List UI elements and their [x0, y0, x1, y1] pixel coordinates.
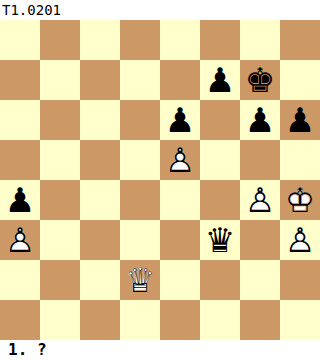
- square-d5[interactable]: [120, 140, 160, 180]
- black-pawn: ♟: [200, 60, 240, 100]
- square-c2[interactable]: [80, 260, 120, 300]
- square-e8[interactable]: [160, 20, 200, 60]
- square-c4[interactable]: [80, 180, 120, 220]
- square-e2[interactable]: [160, 260, 200, 300]
- puzzle-id-label: T1.0201: [0, 0, 320, 20]
- black-pawn: ♟: [160, 100, 200, 140]
- square-h2[interactable]: [280, 260, 320, 300]
- square-f6[interactable]: [200, 100, 240, 140]
- square-h3[interactable]: ♟♙: [280, 220, 320, 260]
- square-c3[interactable]: [80, 220, 120, 260]
- square-h4[interactable]: ♚♔: [280, 180, 320, 220]
- square-g8[interactable]: [240, 20, 280, 60]
- square-b2[interactable]: [40, 260, 80, 300]
- square-c7[interactable]: [80, 60, 120, 100]
- square-f3[interactable]: ♛: [200, 220, 240, 260]
- square-g5[interactable]: [240, 140, 280, 180]
- square-a3[interactable]: ♟♙: [0, 220, 40, 260]
- square-f4[interactable]: [200, 180, 240, 220]
- black-king: ♚: [240, 60, 280, 100]
- square-c8[interactable]: [80, 20, 120, 60]
- square-e7[interactable]: [160, 60, 200, 100]
- square-d7[interactable]: [120, 60, 160, 100]
- square-d8[interactable]: [120, 20, 160, 60]
- square-e4[interactable]: [160, 180, 200, 220]
- square-g6[interactable]: ♟: [240, 100, 280, 140]
- square-c6[interactable]: [80, 100, 120, 140]
- square-f2[interactable]: [200, 260, 240, 300]
- square-b8[interactable]: [40, 20, 80, 60]
- square-h5[interactable]: [280, 140, 320, 180]
- square-d2[interactable]: ♛♕: [120, 260, 160, 300]
- square-d4[interactable]: [120, 180, 160, 220]
- white-queen: ♕: [120, 260, 160, 300]
- square-e6[interactable]: ♟: [160, 100, 200, 140]
- square-a5[interactable]: [0, 140, 40, 180]
- square-b1[interactable]: [40, 300, 80, 340]
- square-g3[interactable]: [240, 220, 280, 260]
- square-d6[interactable]: [120, 100, 160, 140]
- square-h6[interactable]: ♟: [280, 100, 320, 140]
- square-a4[interactable]: ♟: [0, 180, 40, 220]
- square-a7[interactable]: [0, 60, 40, 100]
- square-g4[interactable]: ♟♙: [240, 180, 280, 220]
- white-pawn: ♙: [240, 180, 280, 220]
- white-pawn: ♙: [160, 140, 200, 180]
- square-b6[interactable]: [40, 100, 80, 140]
- square-e3[interactable]: [160, 220, 200, 260]
- white-king: ♔: [280, 180, 320, 220]
- square-a2[interactable]: [0, 260, 40, 300]
- square-f1[interactable]: [200, 300, 240, 340]
- square-h7[interactable]: [280, 60, 320, 100]
- square-g1[interactable]: [240, 300, 280, 340]
- square-e5[interactable]: ♟♙: [160, 140, 200, 180]
- square-g2[interactable]: [240, 260, 280, 300]
- square-f8[interactable]: [200, 20, 240, 60]
- square-a1[interactable]: [0, 300, 40, 340]
- move-prompt-label: 1. ?: [0, 340, 320, 360]
- square-b5[interactable]: [40, 140, 80, 180]
- square-b7[interactable]: [40, 60, 80, 100]
- square-c5[interactable]: [80, 140, 120, 180]
- chess-board: ♟♚♟♟♟♟♙♟♟♙♚♔♟♙♛♟♙♛♕: [0, 20, 320, 340]
- square-b3[interactable]: [40, 220, 80, 260]
- square-f5[interactable]: [200, 140, 240, 180]
- square-a8[interactable]: [0, 20, 40, 60]
- square-c1[interactable]: [80, 300, 120, 340]
- black-pawn: ♟: [0, 180, 40, 220]
- chess-diagram-window: T1.0201 ♟♚♟♟♟♟♙♟♟♙♚♔♟♙♛♟♙♛♕ 1. ?: [0, 0, 320, 360]
- white-pawn: ♙: [280, 220, 320, 260]
- square-h8[interactable]: [280, 20, 320, 60]
- square-d1[interactable]: [120, 300, 160, 340]
- black-queen: ♛: [200, 220, 240, 260]
- square-h1[interactable]: [280, 300, 320, 340]
- white-pawn: ♙: [0, 220, 40, 260]
- black-pawn: ♟: [280, 100, 320, 140]
- square-d3[interactable]: [120, 220, 160, 260]
- square-g7[interactable]: ♚: [240, 60, 280, 100]
- square-e1[interactable]: [160, 300, 200, 340]
- black-pawn: ♟: [240, 100, 280, 140]
- square-f7[interactable]: ♟: [200, 60, 240, 100]
- square-b4[interactable]: [40, 180, 80, 220]
- square-a6[interactable]: [0, 100, 40, 140]
